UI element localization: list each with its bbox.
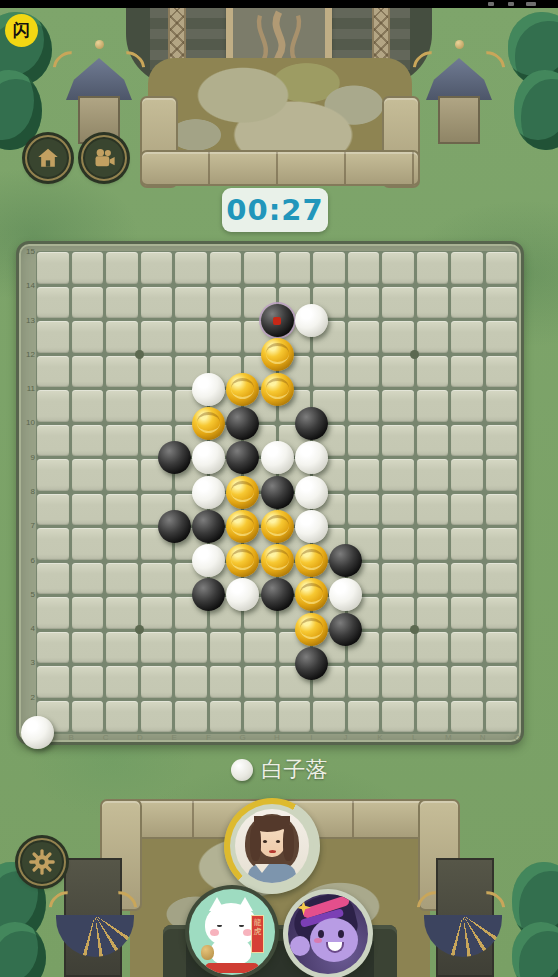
col-label: G <box>236 733 250 742</box>
row-label: 13 <box>20 316 35 326</box>
star-point <box>410 350 419 359</box>
pony-blush <box>314 938 322 943</box>
cat-coin <box>201 945 214 960</box>
status-bar <box>0 0 558 8</box>
cat-eye <box>239 924 244 927</box>
cat-banner-text: 龍虎 <box>254 918 262 936</box>
stone-black <box>192 510 225 543</box>
stone-gold <box>295 544 328 577</box>
emote-lucky-cat[interactable]: 龍虎 <box>185 885 279 977</box>
stone-gold <box>226 476 259 509</box>
stone-black-last-move <box>261 304 294 337</box>
white-stone-icon <box>231 759 253 781</box>
col-label: F <box>201 733 215 742</box>
emote-purple-pony[interactable] <box>283 889 373 977</box>
row-label: 14 <box>20 281 35 291</box>
stone-white <box>329 578 362 611</box>
stone-black <box>295 407 328 440</box>
avatar-lips <box>269 850 276 853</box>
avatar-collar <box>255 864 269 873</box>
stone-gold <box>295 613 328 646</box>
stone-white <box>192 544 225 577</box>
cat-blush <box>210 929 219 936</box>
avatar-hair-lock <box>283 825 294 861</box>
cat-banner: 龍虎 <box>251 915 264 953</box>
stone-black <box>329 544 362 577</box>
lantern-finial-right <box>455 40 464 49</box>
avatar-eye <box>276 840 280 843</box>
row-label: 2 <box>20 693 35 703</box>
board-overlay: 151413121110987654321ABCDEFGHIJKLMNO <box>19 244 521 742</box>
stone-white <box>295 304 328 337</box>
turn-indicator: 白子落 <box>0 756 558 784</box>
row-label: 9 <box>20 453 35 463</box>
stone-gold <box>295 578 328 611</box>
row-label: 15 <box>20 247 35 257</box>
stone-white <box>192 476 225 509</box>
pony-illustration <box>288 894 368 974</box>
game-screen: 闪 00:27 151413121110987654321ABCDEFGHIJK… <box>0 0 558 977</box>
col-label: I <box>304 733 318 742</box>
bush <box>512 922 558 977</box>
stone-white <box>192 441 225 474</box>
row-label: 11 <box>20 384 35 394</box>
row-label: 5 <box>20 590 35 600</box>
stone-black <box>192 578 225 611</box>
col-label: H <box>270 733 284 742</box>
stone-white <box>295 441 328 474</box>
pony-eye <box>318 930 324 938</box>
stone-white <box>192 373 225 406</box>
move-timer: 00:27 <box>222 188 328 232</box>
bush <box>514 70 558 150</box>
star-point <box>135 625 144 634</box>
stone-black <box>226 441 259 474</box>
avatar-eye <box>263 840 267 843</box>
gomoku-board[interactable]: 151413121110987654321ABCDEFGHIJKLMNO <box>16 241 524 745</box>
stone-white <box>226 578 259 611</box>
row-label: 7 <box>20 521 35 531</box>
timer-value: 00:27 <box>226 193 323 227</box>
row-label: 10 <box>20 418 35 428</box>
recorder-label: 闪 <box>13 19 30 42</box>
cat-eye <box>217 924 222 927</box>
cat-body <box>211 939 251 965</box>
col-label: M <box>441 733 455 742</box>
record-video-button[interactable] <box>81 135 127 181</box>
stone-white <box>21 716 54 749</box>
row-label: 12 <box>20 350 35 360</box>
cat-cushion <box>205 963 259 973</box>
gear-icon <box>28 848 56 876</box>
stone-black <box>158 510 191 543</box>
stone-black <box>295 647 328 680</box>
stone-gold <box>192 407 225 440</box>
avatar-hair-lock <box>250 825 261 861</box>
stone-black <box>261 578 294 611</box>
star-point <box>135 350 144 359</box>
pony-hoof <box>290 936 310 956</box>
home-icon <box>35 145 61 171</box>
pony-face <box>310 918 358 962</box>
opponent-avatar[interactable] <box>224 798 320 894</box>
video-camera-icon <box>91 145 118 172</box>
col-label: D <box>133 733 147 742</box>
avatar-photo <box>235 809 309 883</box>
col-label: J <box>339 733 353 742</box>
lantern-finial-left <box>95 40 104 49</box>
pony-eye <box>338 930 344 938</box>
home-button[interactable] <box>25 135 71 181</box>
screen-recorder-badge[interactable]: 闪 <box>5 14 38 47</box>
col-label: B <box>64 733 78 742</box>
pony-smile <box>326 942 344 953</box>
col-label: O <box>510 733 524 742</box>
stone-gold <box>226 510 259 543</box>
bush <box>0 922 46 977</box>
star-point <box>410 625 419 634</box>
stone-gold <box>261 338 294 371</box>
stone-black <box>329 613 362 646</box>
lantern-base-right <box>438 96 480 144</box>
col-label: L <box>407 733 421 742</box>
row-label: 3 <box>20 658 35 668</box>
stone-gold <box>261 510 294 543</box>
lucky-cat-illustration: 龍虎 <box>189 889 275 975</box>
stone-white <box>295 510 328 543</box>
battery-icon <box>526 2 536 6</box>
stone-gold <box>261 373 294 406</box>
row-label: 4 <box>20 624 35 634</box>
decor-wall <box>140 150 420 186</box>
status-icon <box>508 2 514 6</box>
col-label: N <box>476 733 490 742</box>
col-label: E <box>167 733 181 742</box>
stone-gold <box>261 544 294 577</box>
status-icon <box>488 2 494 6</box>
col-label: C <box>99 733 113 742</box>
row-label: 8 <box>20 487 35 497</box>
col-label: K <box>373 733 387 742</box>
stone-black <box>261 476 294 509</box>
stone-black <box>158 441 191 474</box>
stone-gold <box>226 544 259 577</box>
stone-white <box>261 441 294 474</box>
stone-black <box>226 407 259 440</box>
stone-white <box>295 476 328 509</box>
turn-label: 白子落 <box>262 755 328 785</box>
stone-gold <box>226 373 259 406</box>
row-label: 6 <box>20 556 35 566</box>
settings-button[interactable] <box>18 838 66 886</box>
